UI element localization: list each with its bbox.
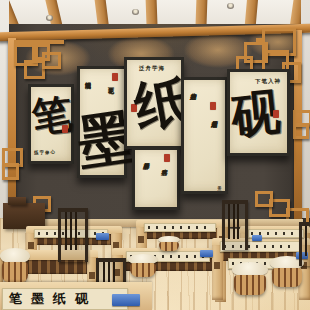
drum-stool [0, 248, 30, 284]
seal-stamp-icon [273, 110, 279, 118]
lattice-ornament [42, 52, 61, 69]
lattice-ornament [255, 191, 273, 207]
calligraphy-classroom-photo: 笔 练字修心 笔下生花 满纸烟霞 墨 泛舟学海 纸 喜欢书法 沉醉墨香 临池想之… [0, 0, 310, 310]
brush-rack [222, 200, 248, 250]
panel-paper: 泛舟学海 纸 [124, 57, 184, 149]
drum-stool [158, 236, 180, 252]
downlight-icon [227, 3, 234, 9]
panel-verse: 喜欢书法 沉醉墨香 [132, 147, 180, 210]
drum-stool [128, 254, 158, 278]
panel-note: 练字修心 [34, 150, 56, 155]
seal-stamp-icon [62, 125, 68, 133]
ink-box [112, 294, 140, 306]
ink-box [200, 250, 213, 257]
panel-header: 泛舟学海 [139, 65, 165, 72]
practice-mat [144, 223, 216, 232]
downlight-icon [132, 9, 139, 15]
lattice-ornament [293, 123, 309, 139]
ink-box [96, 233, 109, 240]
brush-rack [58, 208, 88, 262]
display-shelf [8, 197, 26, 205]
seal-stamp-icon [164, 154, 170, 162]
lattice-ornament [2, 163, 19, 180]
downlight-icon [46, 15, 53, 21]
copybook-characters: 笔墨纸砚 [9, 290, 97, 308]
lattice-ornament [256, 38, 263, 45]
ink-box [252, 235, 262, 241]
lattice-ornament [36, 57, 42, 63]
panel-ink: 笔下生花 满纸烟霞 墨 [77, 66, 127, 178]
copybook-mat: 笔墨纸砚 [2, 288, 128, 310]
drum-stool [232, 262, 268, 296]
seal-stamp-icon [210, 102, 216, 110]
panel-brush: 笔 练字修心 [28, 84, 74, 164]
brush-rack [299, 222, 310, 266]
foreground-desk: 笔墨纸砚 [0, 282, 152, 310]
panel-couplet: 临池想之入神 挥毫成之风骨 墨香主人 [181, 77, 228, 194]
seal-stamp-icon [112, 73, 118, 81]
panel-inkstone: 下笔入神 砚 [227, 69, 290, 156]
desk-leg [212, 245, 223, 300]
panel-header: 下笔入神 [255, 78, 281, 85]
